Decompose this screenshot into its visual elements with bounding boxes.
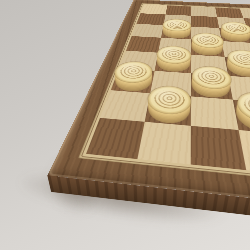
checkers-board [47, 0, 250, 241]
photo-scene [0, 0, 250, 250]
square-r1c2-light[interactable] [191, 96, 239, 130]
square-r2c1-light[interactable] [150, 71, 191, 97]
square-r1c1-dark[interactable] [145, 93, 191, 126]
square-r1c0-light[interactable] [100, 90, 150, 122]
square-r3c2-light[interactable] [191, 55, 228, 76]
square-r2c0-dark[interactable] [111, 68, 155, 93]
square-r2c2-dark[interactable] [191, 73, 233, 99]
